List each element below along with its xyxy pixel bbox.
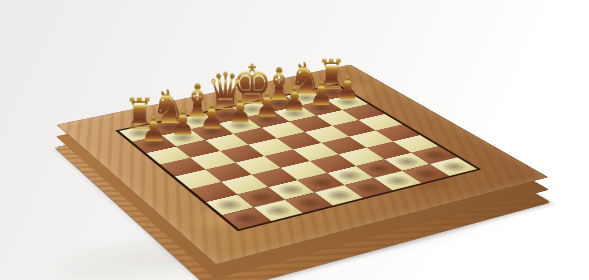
perspective-scene: ♜♞♝♛♚♝♞♜♟♟♟♟♟♟♟♟♟♟♟♟♟♟♟♟♜♞♝♛♚♝♞♜ [0,0,589,280]
piece-gold-pawn[interactable]: ♟ [335,72,359,105]
piece-gold-pawn[interactable]: ♟ [170,106,195,140]
piece-gold-pawn[interactable]: ♟ [255,89,280,122]
piece-silver-rook[interactable]: ♜ [229,173,265,222]
studio-background: ♜♞♝♛♚♝♞♜♟♟♟♟♟♟♟♟♟♟♟♟♟♟♟♟♜♞♝♛♚♝♞♜ [0,0,589,280]
piece-silver-knight[interactable]: ♞ [259,161,297,213]
piece-gold-pawn[interactable]: ♟ [282,83,306,116]
chess-board: ♜♞♝♛♚♝♞♜♟♟♟♟♟♟♟♟♟♟♟♟♟♟♟♟♜♞♝♛♚♝♞♜ [56,65,548,265]
piece-gold-pawn[interactable]: ♟ [309,78,333,111]
piece-gold-pawn[interactable]: ♟ [228,95,253,129]
piece-gold-pawn[interactable]: ♟ [199,100,224,134]
piece-gold-pawn[interactable]: ♟ [141,112,167,147]
